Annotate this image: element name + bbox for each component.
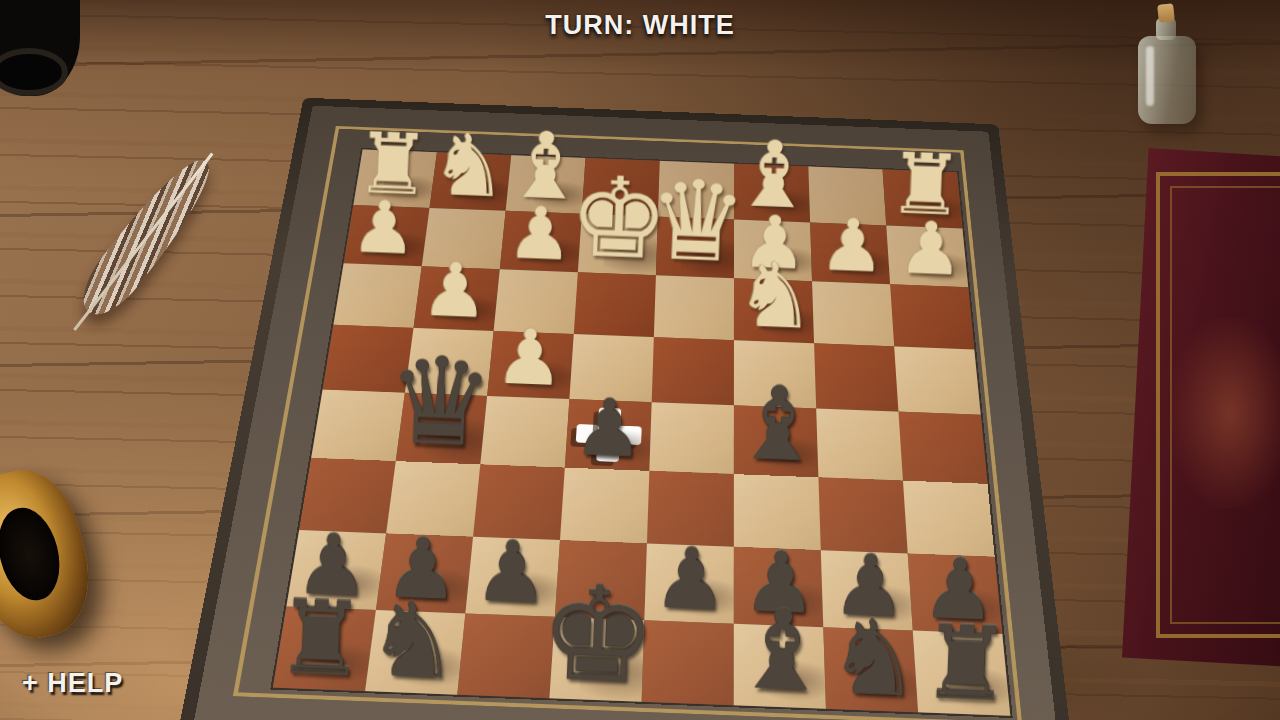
square-c3[interactable]: ♞: [734, 278, 814, 343]
white-pawn[interactable]: ♟: [420, 254, 489, 327]
square-g8[interactable]: ♞: [365, 610, 465, 695]
book-medallion: [1170, 318, 1280, 508]
square-a2[interactable]: ♟: [886, 225, 968, 287]
square-e5[interactable]: ♟: [565, 399, 652, 471]
white-queen[interactable]: ♛: [646, 167, 749, 276]
red-book: [1122, 148, 1280, 668]
square-g1[interactable]: ♞: [430, 152, 512, 211]
black-queen[interactable]: ♛: [384, 344, 496, 462]
square-g5[interactable]: ♛: [396, 393, 487, 465]
white-pawn[interactable]: ♟: [819, 210, 887, 281]
bottle-shine: [1146, 46, 1154, 106]
square-c8[interactable]: ♝: [734, 624, 826, 709]
square-d5[interactable]: [649, 402, 734, 474]
square-b5[interactable]: [816, 409, 903, 481]
square-h8[interactable]: ♜: [273, 607, 376, 692]
square-b4[interactable]: [814, 343, 898, 411]
square-e8[interactable]: ♚: [549, 617, 644, 702]
square-f4[interactable]: ♟: [487, 331, 574, 399]
white-knight[interactable]: ♞: [734, 252, 818, 341]
black-pawn[interactable]: ♟: [473, 531, 550, 613]
black-knight[interactable]: ♞: [826, 607, 923, 709]
white-knight[interactable]: ♞: [429, 124, 509, 208]
black-rook[interactable]: ♜: [274, 588, 368, 688]
board-frame-outer: ♜♞♝♝♜♟♟♚♛♟♟♟♟♞♟♛♟♝♟♟♟♟♟♟♟♜♞♚♝♞♜: [177, 98, 1075, 720]
turn-indicator: TURN: WHITE: [0, 10, 1280, 41]
square-a4[interactable]: [894, 346, 981, 414]
square-a3[interactable]: [890, 284, 974, 349]
white-pawn[interactable]: ♟: [897, 213, 965, 284]
black-pawn[interactable]: ♟: [572, 390, 645, 467]
board-squares: ♜♞♝♝♜♟♟♚♛♟♟♟♟♞♟♛♟♝♟♟♟♟♟♟♟♜♞♚♝♞♜: [273, 149, 1010, 715]
black-knight[interactable]: ♞: [365, 589, 462, 691]
white-pawn[interactable]: ♟: [350, 192, 418, 263]
square-c5[interactable]: ♝: [734, 405, 819, 477]
glass-bottle: [1138, 36, 1196, 124]
black-bishop[interactable]: ♝: [731, 375, 825, 474]
square-a8[interactable]: ♜: [913, 631, 1011, 716]
quill-feather: [70, 148, 223, 326]
square-b8[interactable]: ♞: [823, 627, 918, 712]
white-pawn[interactable]: ♟: [494, 320, 565, 395]
help-button[interactable]: + HELP: [22, 668, 123, 699]
chess-board: ♜♞♝♝♜♟♟♚♛♟♟♟♟♞♟♛♟♝♟♟♟♟♟♟♟♜♞♚♝♞♜: [177, 98, 1075, 720]
black-rook[interactable]: ♜: [919, 613, 1013, 713]
black-king[interactable]: ♚: [537, 570, 659, 698]
table-surface: ♜♞♝♝♜♟♟♚♛♟♟♟♟♞♟♛♟♝♟♟♟♟♟♟♟♜♞♚♝♞♜ TURN: WH…: [0, 0, 1280, 720]
black-pawn[interactable]: ♟: [652, 538, 729, 620]
square-b2[interactable]: ♟: [810, 223, 890, 285]
golden-bowl: [0, 459, 103, 649]
square-a5[interactable]: [898, 412, 987, 484]
square-g3[interactable]: ♟: [414, 266, 500, 331]
square-d2[interactable]: ♛: [656, 217, 734, 279]
square-h2[interactable]: ♟: [344, 205, 430, 266]
square-e6[interactable]: [560, 468, 649, 544]
white-pawn[interactable]: ♟: [506, 198, 574, 269]
board-frame-band: ♜♞♝♝♜♟♟♚♛♟♟♟♟♞♟♛♟♝♟♟♟♟♟♟♟♜♞♚♝♞♜: [193, 106, 1060, 720]
black-bishop[interactable]: ♝: [731, 597, 834, 705]
